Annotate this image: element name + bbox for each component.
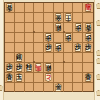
board-cell-7i[interactable] [25,83,35,92]
board-cell-5g[interactable]: 銀 [44,63,54,73]
board-cell-1f[interactable] [83,53,93,63]
board-cell-9h[interactable]: 香 [5,73,15,83]
board-cell-4b[interactable]: 金 [54,13,64,23]
board-cell-4d[interactable] [54,33,64,43]
piece-kanji: 王 [65,14,71,20]
piece-kanji: 歩 [85,44,91,50]
shogi-piece-silver[interactable]: 銀 [15,53,24,62]
shogi-piece-pawn[interactable]: 歩 [74,43,83,52]
piece-kanji: 歩 [6,64,12,70]
shogi-piece-pawn[interactable]: 歩 [15,63,24,72]
board-cell-5c[interactable] [44,23,54,33]
board-cell-6i[interactable] [34,83,44,92]
board-cell-1c[interactable]: 香 [83,23,93,33]
board-cell-2e[interactable]: 歩 [73,43,83,53]
board-cell-3h[interactable] [64,73,74,83]
shogi-piece-pawn[interactable]: 歩 [64,33,73,42]
shogi-piece-lance[interactable]: 香 [5,73,14,82]
piece-kanji: と [45,74,51,80]
board-cell-1g[interactable] [83,63,93,73]
piece-kanji: 桂 [26,64,32,70]
board-cell-9c[interactable] [5,23,15,33]
piece-kanji: 歩 [85,34,91,40]
board-cell-2b[interactable] [73,13,83,23]
piece-kanji: 歩 [16,64,22,70]
board-cell-8c[interactable] [15,23,25,33]
board-cell-4h[interactable] [54,73,64,83]
board-cell-5d[interactable]: 歩 [44,33,54,43]
captured-piece[interactable] [96,20,100,26]
piece-kanji: 香 [6,4,12,10]
board-cell-6g[interactable]: 馬 [34,63,44,73]
shogi-piece-king[interactable]: 玉 [15,73,24,82]
shogi-piece-tokin[interactable]: と [44,73,53,82]
board-cell-3a[interactable] [64,3,74,13]
captured-piece[interactable] [96,3,100,9]
board-cell-9d[interactable] [5,33,15,43]
board-cell-8b[interactable] [15,13,25,23]
piece-kanji: 歩 [45,34,51,40]
board-cell-2d[interactable] [73,33,83,43]
piece-kanji: 金 [55,14,61,20]
board-cell-3f[interactable] [64,53,74,63]
board-cell-8d[interactable] [15,33,25,43]
board-cell-6f[interactable] [34,53,44,63]
shogi-piece-gold[interactable]: 金 [54,83,63,92]
board-cell-3g[interactable] [64,63,74,73]
piece-kanji: 香 [85,24,91,30]
right-piece-stand [94,0,100,100]
board-cell-3b[interactable]: 王 [64,13,74,23]
board-cell-3i[interactable] [64,83,74,92]
shogi-piece-pawn[interactable]: 歩 [54,43,63,52]
shogi-piece-king[interactable]: 王 [64,13,73,22]
shogi-piece-pawn[interactable]: 歩 [5,63,14,72]
board-cell-6c[interactable] [34,23,44,33]
star-point [33,61,35,63]
shogi-piece-pawn[interactable]: 歩 [44,33,53,42]
board-cell-5f[interactable] [44,53,54,63]
shogi-piece-gold[interactable]: 金 [54,13,63,22]
shogi-piece-lance[interactable]: 香 [84,23,93,32]
piece-kanji: 歩 [75,44,81,50]
board-cell-2a[interactable] [73,3,83,13]
shogi-piece-silver[interactable]: 銀 [44,63,53,72]
board-cell-2h[interactable] [73,73,83,83]
piece-kanji: 歩 [75,24,81,30]
piece-kanji: 金 [55,84,61,90]
piece-kanji: 馬 [36,64,42,70]
board-cell-7h[interactable] [25,73,35,83]
board-cell-4e[interactable]: 歩 [54,43,64,53]
shogi-piece-pawn[interactable]: 歩 [74,23,83,32]
shogi-piece-pawn[interactable]: 歩 [84,43,93,52]
board-cell-2i[interactable] [73,83,83,92]
shogi-piece-pawn[interactable]: 歩 [44,43,53,52]
board-cell-8a[interactable] [15,3,25,13]
piece-kanji: 香 [6,74,12,80]
board-cell-6a[interactable] [34,3,44,13]
board-cell-1i[interactable] [83,83,93,92]
board-cell-9g[interactable]: 歩 [5,63,15,73]
captured-piece[interactable] [0,85,3,91]
board-cell-4g[interactable] [54,63,64,73]
board-cell-6h[interactable] [34,73,44,83]
star-point [63,31,65,33]
board-cell-5a[interactable] [44,3,54,13]
captured-piece[interactable] [96,74,100,80]
board-cell-3e[interactable] [64,43,74,53]
board-cell-7e[interactable] [25,43,35,53]
star-point [63,61,65,63]
board-cell-5e[interactable]: 歩 [44,43,54,53]
piece-kanji: 香 [85,74,91,80]
board-cell-8i[interactable] [15,83,25,92]
shogi-piece-lance[interactable]: 香 [84,73,93,82]
shogi-piece-pawn[interactable]: 歩 [84,33,93,42]
board-cell-3c[interactable] [64,23,74,33]
board-cell-6e[interactable] [34,43,44,53]
piece-kanji: 玉 [16,74,22,80]
board-cell-6d[interactable] [34,33,44,43]
board-cell-7g[interactable]: 桂 [25,63,35,73]
board-cell-9b[interactable] [5,13,15,23]
piece-kanji: 歩 [45,44,51,50]
shogi-piece-knight[interactable]: 桂 [25,63,34,72]
captured-piece[interactable] [96,50,100,56]
board-cell-4i[interactable]: 金 [54,83,64,92]
shogi-piece-lance[interactable]: 香 [5,3,14,12]
board-cell-7a[interactable] [25,3,35,13]
board-cell-8g[interactable]: 歩 [15,63,25,73]
board-cell-8f[interactable]: 銀 [15,53,25,63]
board-cell-4a[interactable] [54,3,64,13]
board-cell-1b[interactable] [83,13,93,23]
board-cell-1h[interactable]: 香 [83,73,93,83]
board-cell-1e[interactable]: 歩 [83,43,93,53]
board-cell-7d[interactable] [25,33,35,43]
board-cell-9a[interactable]: 香 [5,3,15,13]
board-cell-5b[interactable] [44,13,54,23]
shogi-piece-dragon[interactable]: 龍 [84,3,93,12]
board-cell-6b[interactable] [34,13,44,23]
piece-kanji: 銀 [45,64,51,70]
shogi-piece-horse[interactable]: 馬 [34,63,43,72]
piece-kanji: 歩 [55,44,61,50]
board-cell-2c[interactable]: 歩 [73,23,83,33]
star-point [33,31,35,33]
board-cell-8h[interactable]: 玉 [15,73,25,83]
piece-kanji: 銀 [55,24,61,30]
captured-piece[interactable] [96,58,100,64]
board-cell-1d[interactable]: 歩 [83,33,93,43]
board-cell-5i[interactable] [44,83,54,92]
piece-kanji: 歩 [65,34,71,40]
board-cell-9i[interactable] [5,83,15,92]
board-cell-7b[interactable] [25,13,35,23]
board-cell-8e[interactable] [15,43,25,53]
board-cell-3d[interactable]: 歩 [64,33,74,43]
board-cell-9e[interactable] [5,43,15,53]
captured-piece[interactable] [96,90,100,96]
board-cell-2f[interactable] [73,53,83,63]
shogi-app: 香龍金王銀歩香歩歩歩歩歩歩歩銀歩歩桂馬銀香玉と香金 [0,0,100,100]
board-cell-1a[interactable]: 龍 [83,3,93,13]
board-cell-2g[interactable] [73,63,83,73]
shogi-piece-silver[interactable]: 銀 [54,23,63,32]
piece-kanji: 銀 [16,54,22,60]
board-cell-9f[interactable] [5,53,15,63]
shogi-board: 香龍金王銀歩香歩歩歩歩歩歩歩銀歩歩桂馬銀香玉と香金 [4,2,94,92]
board-cell-5h[interactable]: と [44,73,54,83]
piece-kanji: 龍 [85,4,91,10]
